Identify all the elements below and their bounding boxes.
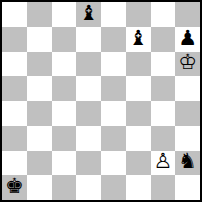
square-b7[interactable] (27, 27, 52, 52)
square-h2[interactable]: ♞ (175, 151, 200, 176)
square-d2[interactable] (76, 151, 101, 176)
chess-diagram: ♝♝♟♔♙♞♚ (0, 0, 202, 202)
square-b6[interactable] (27, 52, 52, 77)
piece-black-bishop: ♝ (129, 28, 148, 49)
square-e3[interactable] (101, 126, 126, 151)
square-a7[interactable] (2, 27, 27, 52)
square-d7[interactable] (76, 27, 101, 52)
square-f6[interactable] (126, 52, 151, 77)
square-g2[interactable]: ♙ (151, 151, 176, 176)
square-e2[interactable] (101, 151, 126, 176)
square-h7[interactable]: ♟ (175, 27, 200, 52)
square-h4[interactable] (175, 101, 200, 126)
square-f2[interactable] (126, 151, 151, 176)
square-f5[interactable] (126, 76, 151, 101)
square-a8[interactable] (2, 2, 27, 27)
square-e1[interactable] (101, 175, 126, 200)
square-h6[interactable]: ♔ (175, 52, 200, 77)
square-d6[interactable] (76, 52, 101, 77)
square-f4[interactable] (126, 101, 151, 126)
square-f7[interactable]: ♝ (126, 27, 151, 52)
piece-black-pawn: ♟ (178, 28, 197, 49)
square-e7[interactable] (101, 27, 126, 52)
square-b3[interactable] (27, 126, 52, 151)
square-c7[interactable] (52, 27, 77, 52)
square-g6[interactable] (151, 52, 176, 77)
square-h3[interactable] (175, 126, 200, 151)
square-e5[interactable] (101, 76, 126, 101)
square-d3[interactable] (76, 126, 101, 151)
square-g3[interactable] (151, 126, 176, 151)
square-b8[interactable] (27, 2, 52, 27)
square-c3[interactable] (52, 126, 77, 151)
square-g4[interactable] (151, 101, 176, 126)
piece-black-king: ♚ (5, 176, 24, 197)
square-g8[interactable] (151, 2, 176, 27)
piece-black-bishop: ♝ (79, 3, 98, 24)
square-h5[interactable] (175, 76, 200, 101)
square-a4[interactable] (2, 101, 27, 126)
square-g1[interactable] (151, 175, 176, 200)
piece-white-king: ♔ (178, 52, 197, 73)
square-a6[interactable] (2, 52, 27, 77)
square-d1[interactable] (76, 175, 101, 200)
square-a3[interactable] (2, 126, 27, 151)
square-e8[interactable] (101, 2, 126, 27)
square-b1[interactable] (27, 175, 52, 200)
square-g7[interactable] (151, 27, 176, 52)
square-b4[interactable] (27, 101, 52, 126)
square-c2[interactable] (52, 151, 77, 176)
square-c8[interactable] (52, 2, 77, 27)
square-e4[interactable] (101, 101, 126, 126)
square-a1[interactable]: ♚ (2, 175, 27, 200)
square-a2[interactable] (2, 151, 27, 176)
square-d5[interactable] (76, 76, 101, 101)
square-d8[interactable]: ♝ (76, 2, 101, 27)
square-f3[interactable] (126, 126, 151, 151)
chess-board: ♝♝♟♔♙♞♚ (0, 0, 202, 202)
square-c4[interactable] (52, 101, 77, 126)
piece-black-knight: ♞ (178, 151, 197, 172)
square-h8[interactable] (175, 2, 200, 27)
square-h1[interactable] (175, 175, 200, 200)
square-f1[interactable] (126, 175, 151, 200)
square-f8[interactable] (126, 2, 151, 27)
square-c1[interactable] (52, 175, 77, 200)
square-e6[interactable] (101, 52, 126, 77)
square-a5[interactable] (2, 76, 27, 101)
square-b2[interactable] (27, 151, 52, 176)
square-d4[interactable] (76, 101, 101, 126)
square-g5[interactable] (151, 76, 176, 101)
square-c5[interactable] (52, 76, 77, 101)
square-b5[interactable] (27, 76, 52, 101)
square-c6[interactable] (52, 52, 77, 77)
piece-white-pawn: ♙ (153, 151, 172, 172)
